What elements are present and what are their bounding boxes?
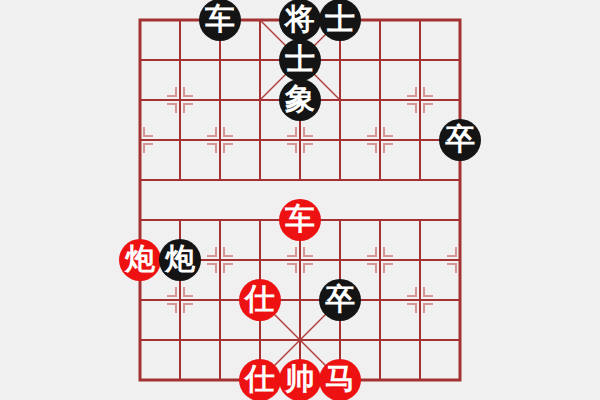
piece-glyph: 帅 bbox=[285, 364, 315, 394]
piece-red-horse[interactable]: 马 bbox=[319, 359, 361, 400]
piece-glyph: 炮 bbox=[125, 244, 155, 274]
piece-glyph: 车 bbox=[285, 204, 315, 234]
piece-black-general[interactable]: 将 bbox=[279, 0, 321, 41]
piece-red-cannon[interactable]: 炮 bbox=[119, 239, 161, 281]
piece-glyph: 仕 bbox=[245, 284, 275, 314]
piece-black-advisor[interactable]: 士 bbox=[319, 0, 361, 41]
piece-black-advisor[interactable]: 士 bbox=[279, 39, 321, 81]
piece-red-chariot[interactable]: 车 bbox=[279, 199, 321, 241]
piece-glyph: 象 bbox=[285, 84, 315, 114]
piece-red-advisor[interactable]: 仕 bbox=[239, 279, 281, 321]
piece-glyph: 卒 bbox=[325, 284, 355, 314]
piece-black-chariot[interactable]: 车 bbox=[199, 0, 241, 41]
xiangqi-board: 车将士士象卒车炮炮仕卒仕帅马 bbox=[0, 0, 600, 400]
piece-glyph: 车 bbox=[205, 4, 235, 34]
piece-red-advisor[interactable]: 仕 bbox=[239, 359, 281, 400]
piece-black-soldier[interactable]: 卒 bbox=[439, 119, 481, 161]
piece-black-cannon[interactable]: 炮 bbox=[159, 239, 201, 281]
piece-red-general[interactable]: 帅 bbox=[279, 359, 321, 400]
piece-glyph: 士 bbox=[325, 4, 355, 34]
pieces-layer: 车将士士象卒车炮炮仕卒仕帅马 bbox=[0, 0, 600, 400]
piece-glyph: 炮 bbox=[165, 244, 195, 274]
piece-glyph: 卒 bbox=[445, 124, 475, 154]
piece-black-elephant[interactable]: 象 bbox=[279, 79, 321, 121]
piece-glyph: 将 bbox=[285, 4, 315, 34]
piece-glyph: 士 bbox=[285, 44, 315, 74]
piece-black-soldier[interactable]: 卒 bbox=[319, 279, 361, 321]
piece-glyph: 仕 bbox=[245, 364, 275, 394]
piece-glyph: 马 bbox=[325, 364, 355, 394]
